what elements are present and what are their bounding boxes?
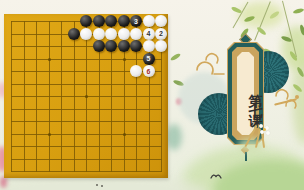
black-stone	[68, 28, 80, 40]
grid-line	[11, 134, 162, 135]
star-point	[123, 133, 126, 136]
white-stone	[118, 28, 130, 40]
black-stone	[105, 15, 117, 27]
black-stone	[93, 15, 105, 27]
bird-icon	[210, 172, 222, 180]
gold-cloud-scroll-icon	[272, 84, 302, 114]
black-stone	[130, 40, 142, 52]
grass-wash	[238, 138, 264, 152]
grid-line	[11, 146, 162, 147]
teal-wash	[166, 124, 182, 150]
black-stone	[105, 40, 117, 52]
go-board[interactable]: 34256	[4, 14, 168, 178]
white-stone	[143, 15, 155, 27]
go-board-grid: 34256	[11, 21, 162, 172]
leaf	[170, 53, 182, 62]
grid-line	[11, 159, 162, 160]
white-stone	[130, 65, 142, 77]
white-stone	[93, 28, 105, 40]
move-number: 2	[159, 30, 163, 37]
white-stone	[143, 40, 155, 52]
black-stone: 5	[143, 53, 155, 65]
flower-petal	[259, 124, 263, 128]
star-point	[85, 95, 88, 98]
white-stone	[130, 28, 142, 40]
black-stone	[93, 40, 105, 52]
white-stone: 2	[155, 28, 167, 40]
flower-center	[263, 128, 266, 131]
gold-cloud-scroll-icon	[194, 50, 228, 80]
lesson-thumbnail: 34256 第七课	[0, 0, 304, 190]
black-stone	[118, 15, 130, 27]
white-stone	[80, 28, 92, 40]
grid-line	[11, 109, 162, 110]
white-stone: 4	[143, 28, 155, 40]
gold-hairpin-icon	[295, 95, 299, 99]
leaf	[293, 8, 304, 15]
black-stone	[118, 40, 130, 52]
white-stone	[105, 28, 117, 40]
black-stone: 3	[130, 15, 142, 27]
speck	[101, 185, 103, 187]
grid-line	[11, 171, 162, 172]
star-point	[48, 58, 51, 61]
white-stone	[155, 40, 167, 52]
move-number: 5	[147, 55, 151, 62]
grid-line	[11, 121, 162, 122]
star-point	[48, 133, 51, 136]
white-stone	[155, 15, 167, 27]
move-number: 3	[134, 18, 138, 25]
move-number: 4	[147, 30, 151, 37]
speck	[96, 184, 98, 186]
star-point	[123, 58, 126, 61]
flower-petal	[266, 131, 270, 135]
white-stone: 6	[143, 65, 155, 77]
black-stone	[80, 15, 92, 27]
plaque-pin	[245, 152, 247, 161]
move-number: 6	[147, 68, 151, 75]
